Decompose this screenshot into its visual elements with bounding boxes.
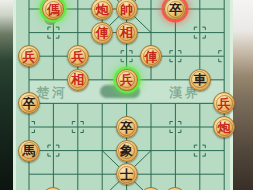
- piece-black-soldier[interactable]: 卒: [116, 116, 138, 138]
- piece-black-horse[interactable]: 馬: [18, 140, 40, 162]
- piece-black-elephant[interactable]: 象: [116, 140, 138, 162]
- piece-black-chariot[interactable]: 車: [189, 69, 211, 91]
- piece-red-chariot[interactable]: 俥: [91, 22, 113, 44]
- piece-red-elephant[interactable]: 相: [116, 22, 138, 44]
- piece-red-general[interactable]: 帥: [116, 0, 138, 20]
- piece-red-soldier[interactable]: 兵: [116, 69, 138, 91]
- xiangqi-app-screen: 楚河 漢界 傌炮帥卒俥相兵兵俥相兵車卒兵卒炮馬象士: [0, 0, 253, 190]
- piece-red-soldier[interactable]: 兵: [67, 45, 89, 67]
- piece-black-advisor[interactable]: 士: [116, 163, 138, 185]
- piece-red-elephant[interactable]: 相: [67, 69, 89, 91]
